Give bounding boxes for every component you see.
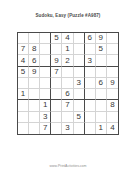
- sudoku-cell-r6c2[interactable]: [29, 89, 40, 100]
- sudoku-cell-r1c9[interactable]: [107, 33, 118, 44]
- sudoku-cell-r8c9[interactable]: [107, 112, 118, 123]
- sudoku-cell-r4c7[interactable]: [85, 67, 96, 78]
- sudoku-cell-r5c4[interactable]: [51, 78, 62, 89]
- sudoku-cell-r9c2[interactable]: [29, 123, 40, 134]
- sudoku-cell-r2c3[interactable]: [40, 44, 51, 55]
- sudoku-cell-r8c5[interactable]: [62, 112, 73, 123]
- sudoku-cell-r5c1[interactable]: [18, 78, 29, 89]
- sudoku-cell-r3c5: 2: [62, 55, 73, 66]
- sudoku-cell-r5c9: 9: [107, 78, 118, 89]
- sudoku-cell-r9c9: 4: [107, 123, 118, 134]
- puzzle-title: Sudoku, Easy (Puzzle #A987): [0, 13, 136, 18]
- sudoku-cell-r5c5[interactable]: [62, 78, 73, 89]
- sudoku-cell-r9c7[interactable]: [85, 123, 96, 134]
- sudoku-cell-r3c7: 3: [85, 55, 96, 66]
- sudoku-cell-r7c3: 1: [40, 100, 51, 111]
- sudoku-cell-r4c3[interactable]: [40, 67, 51, 78]
- sudoku-cell-r9c3: 7: [40, 123, 51, 134]
- sudoku-cell-r9c1[interactable]: [18, 123, 29, 134]
- sudoku-cell-r7c1[interactable]: [18, 100, 29, 111]
- footer-site-url: www.PrintActivities.com: [0, 164, 136, 168]
- sudoku-cell-r7c7[interactable]: [85, 100, 96, 111]
- sudoku-cell-r2c1: 7: [18, 44, 29, 55]
- sudoku-cell-r3c9[interactable]: [107, 55, 118, 66]
- sudoku-cell-r4c9[interactable]: [107, 67, 118, 78]
- sudoku-cell-r4c2: 9: [29, 67, 40, 78]
- sudoku-cell-r4c8[interactable]: [96, 67, 107, 78]
- sudoku-cell-r8c7[interactable]: [85, 112, 96, 123]
- sudoku-cell-r2c2: 8: [29, 44, 40, 55]
- sudoku-cell-r4c5[interactable]: [62, 67, 73, 78]
- sudoku-cell-r3c8[interactable]: [96, 55, 107, 66]
- sudoku-cell-r6c4[interactable]: [51, 89, 62, 100]
- sudoku-cell-r6c8[interactable]: [96, 89, 107, 100]
- sudoku-cell-r1c3[interactable]: [40, 33, 51, 44]
- sudoku-cell-r5c2[interactable]: [29, 78, 40, 89]
- sudoku-cell-r2c8: 5: [96, 44, 107, 55]
- printable-page: Sudoku, Easy (Puzzle #A987) 546978154692…: [0, 0, 136, 176]
- sudoku-cell-r3c2: 6: [29, 55, 40, 66]
- sudoku-grid: 546978154692359736916178357314: [17, 32, 119, 135]
- sudoku-cell-r2c7[interactable]: [85, 44, 96, 55]
- sudoku-cell-r8c4[interactable]: [51, 112, 62, 123]
- sudoku-cell-r8c8[interactable]: [96, 112, 107, 123]
- sudoku-cell-r9c6[interactable]: [74, 123, 85, 134]
- sudoku-cell-r3c4: 9: [51, 55, 62, 66]
- sudoku-cell-r3c1: 4: [18, 55, 29, 66]
- sudoku-cell-r6c9[interactable]: [107, 89, 118, 100]
- sudoku-cell-r1c1[interactable]: [18, 33, 29, 44]
- sudoku-cell-r2c5: 1: [62, 44, 73, 55]
- sudoku-cell-r7c4[interactable]: [51, 100, 62, 111]
- sudoku-cell-r1c4: 5: [51, 33, 62, 44]
- sudoku-cell-r7c2[interactable]: [29, 100, 40, 111]
- sudoku-cell-r3c6[interactable]: [74, 55, 85, 66]
- sudoku-cell-r6c1: 1: [18, 89, 29, 100]
- sudoku-cell-r2c4[interactable]: [51, 44, 62, 55]
- sudoku-cell-r2c6[interactable]: [74, 44, 85, 55]
- sudoku-cell-r9c8: 1: [96, 123, 107, 134]
- sudoku-cell-r1c6[interactable]: [74, 33, 85, 44]
- sudoku-cell-r1c7: 6: [85, 33, 96, 44]
- sudoku-cell-r6c7[interactable]: [85, 89, 96, 100]
- sudoku-cell-r7c8[interactable]: [96, 100, 107, 111]
- sudoku-cell-r5c7[interactable]: [85, 78, 96, 89]
- sudoku-cell-r3c3[interactable]: [40, 55, 51, 66]
- sudoku-cell-r7c6[interactable]: [74, 100, 85, 111]
- sudoku-cell-r5c3[interactable]: [40, 78, 51, 89]
- sudoku-cell-r2c9[interactable]: [107, 44, 118, 55]
- sudoku-cell-r4c1: 5: [18, 67, 29, 78]
- sudoku-cell-r9c5: 3: [62, 123, 73, 134]
- sudoku-cell-r7c5: 7: [62, 100, 73, 111]
- sudoku-cell-r5c8: 6: [96, 78, 107, 89]
- sudoku-cell-r6c3[interactable]: [40, 89, 51, 100]
- sudoku-cell-r1c8: 9: [96, 33, 107, 44]
- sudoku-cell-r8c6: 5: [74, 112, 85, 123]
- sudoku-cell-r1c2[interactable]: [29, 33, 40, 44]
- sudoku-cell-r6c6[interactable]: [74, 89, 85, 100]
- sudoku-cell-r4c6[interactable]: [74, 67, 85, 78]
- sudoku-cell-r9c4[interactable]: [51, 123, 62, 134]
- sudoku-cell-r8c3: 3: [40, 112, 51, 123]
- sudoku-cell-r8c1[interactable]: [18, 112, 29, 123]
- sudoku-cell-r5c6: 3: [74, 78, 85, 89]
- sudoku-cell-r8c2[interactable]: [29, 112, 40, 123]
- sudoku-cell-r6c5: 6: [62, 89, 73, 100]
- sudoku-cell-r1c5: 4: [62, 33, 73, 44]
- sudoku-cell-r7c9: 8: [107, 100, 118, 111]
- sudoku-cell-r4c4: 7: [51, 67, 62, 78]
